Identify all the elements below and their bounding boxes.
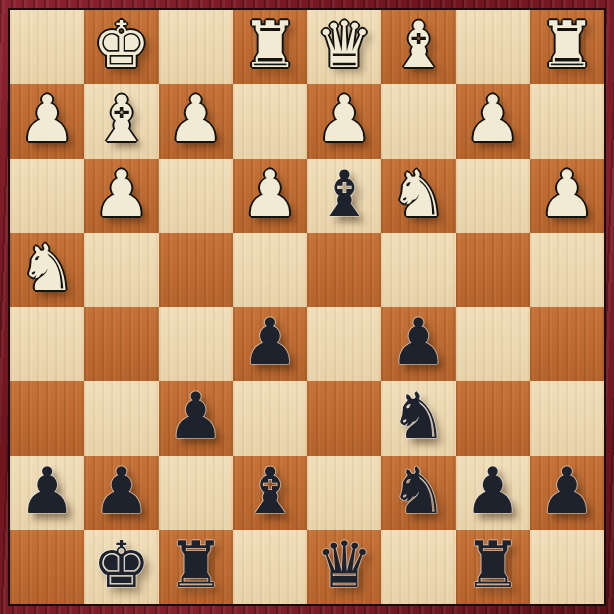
- square-f7[interactable]: [159, 456, 233, 530]
- square-g2[interactable]: ♝: [84, 84, 158, 158]
- black-king-g8[interactable]: ♚: [93, 530, 150, 602]
- square-g1[interactable]: ♚: [84, 10, 158, 84]
- square-e8[interactable]: [233, 530, 307, 604]
- square-f8[interactable]: ♜: [159, 530, 233, 604]
- square-h1[interactable]: [10, 10, 84, 84]
- black-pawn-c5[interactable]: ♟: [390, 307, 447, 379]
- square-g6[interactable]: [84, 381, 158, 455]
- square-a1[interactable]: ♜: [530, 10, 604, 84]
- square-f3[interactable]: [159, 159, 233, 233]
- white-pawn-b2[interactable]: ♟: [464, 84, 521, 156]
- square-e5[interactable]: ♟: [233, 307, 307, 381]
- square-g4[interactable]: [84, 233, 158, 307]
- black-knight-c7[interactable]: ♞: [390, 456, 447, 528]
- white-pawn-h2[interactable]: ♟: [18, 84, 75, 156]
- square-g7[interactable]: ♟: [84, 456, 158, 530]
- square-b8[interactable]: ♜: [456, 530, 530, 604]
- white-rook-e1[interactable]: ♜: [241, 10, 298, 82]
- square-b4[interactable]: [456, 233, 530, 307]
- square-d6[interactable]: [307, 381, 381, 455]
- white-knight-c3[interactable]: ♞: [390, 159, 447, 231]
- square-d3[interactable]: ♝: [307, 159, 381, 233]
- white-pawn-g3[interactable]: ♟: [93, 159, 150, 231]
- square-e2[interactable]: [233, 84, 307, 158]
- square-f2[interactable]: ♟: [159, 84, 233, 158]
- white-bishop-g2[interactable]: ♝: [93, 84, 150, 156]
- black-knight-c6[interactable]: ♞: [390, 381, 447, 453]
- black-pawn-h7[interactable]: ♟: [18, 456, 75, 528]
- square-h5[interactable]: [10, 307, 84, 381]
- square-b6[interactable]: [456, 381, 530, 455]
- square-f6[interactable]: ♟: [159, 381, 233, 455]
- square-d5[interactable]: [307, 307, 381, 381]
- square-h6[interactable]: [10, 381, 84, 455]
- black-pawn-a7[interactable]: ♟: [538, 456, 595, 528]
- white-rook-a1[interactable]: ♜: [538, 10, 595, 82]
- square-h7[interactable]: ♟: [10, 456, 84, 530]
- square-g5[interactable]: [84, 307, 158, 381]
- square-g3[interactable]: ♟: [84, 159, 158, 233]
- square-b5[interactable]: [456, 307, 530, 381]
- black-rook-f8[interactable]: ♜: [167, 530, 224, 602]
- square-a6[interactable]: [530, 381, 604, 455]
- square-b3[interactable]: [456, 159, 530, 233]
- square-c3[interactable]: ♞: [381, 159, 455, 233]
- square-d2[interactable]: ♟: [307, 84, 381, 158]
- black-pawn-b7[interactable]: ♟: [464, 456, 521, 528]
- square-h8[interactable]: [10, 530, 84, 604]
- square-b2[interactable]: ♟: [456, 84, 530, 158]
- square-a8[interactable]: [530, 530, 604, 604]
- square-h4[interactable]: ♞: [10, 233, 84, 307]
- square-a4[interactable]: [530, 233, 604, 307]
- square-e7[interactable]: ♝: [233, 456, 307, 530]
- square-c6[interactable]: ♞: [381, 381, 455, 455]
- square-e4[interactable]: [233, 233, 307, 307]
- square-e1[interactable]: ♜: [233, 10, 307, 84]
- square-c5[interactable]: ♟: [381, 307, 455, 381]
- chess-board: ♚♜♛♝♜♟♝♟♟♟♟♟♝♞♟♞♟♟♟♞♟♟♝♞♟♟♚♜♛♜: [10, 10, 604, 604]
- square-g8[interactable]: ♚: [84, 530, 158, 604]
- chess-board-frame: ♚♜♛♝♜♟♝♟♟♟♟♟♝♞♟♞♟♟♟♞♟♟♝♞♟♟♚♜♛♜: [0, 0, 614, 614]
- square-e3[interactable]: ♟: [233, 159, 307, 233]
- white-pawn-a3[interactable]: ♟: [538, 159, 595, 231]
- black-bishop-d3[interactable]: ♝: [315, 159, 372, 231]
- square-b1[interactable]: [456, 10, 530, 84]
- square-f4[interactable]: [159, 233, 233, 307]
- black-pawn-g7[interactable]: ♟: [93, 456, 150, 528]
- black-pawn-e5[interactable]: ♟: [241, 307, 298, 379]
- square-h2[interactable]: ♟: [10, 84, 84, 158]
- white-knight-h4[interactable]: ♞: [18, 233, 75, 305]
- white-pawn-e3[interactable]: ♟: [241, 159, 298, 231]
- black-bishop-e7[interactable]: ♝: [241, 456, 298, 528]
- square-a5[interactable]: [530, 307, 604, 381]
- white-queen-d1[interactable]: ♛: [315, 10, 372, 82]
- white-pawn-f2[interactable]: ♟: [167, 84, 224, 156]
- square-h3[interactable]: [10, 159, 84, 233]
- white-bishop-c1[interactable]: ♝: [390, 10, 447, 82]
- square-c1[interactable]: ♝: [381, 10, 455, 84]
- square-c4[interactable]: [381, 233, 455, 307]
- square-a2[interactable]: [530, 84, 604, 158]
- square-c8[interactable]: [381, 530, 455, 604]
- square-d1[interactable]: ♛: [307, 10, 381, 84]
- square-d8[interactable]: ♛: [307, 530, 381, 604]
- square-b7[interactable]: ♟: [456, 456, 530, 530]
- square-a3[interactable]: ♟: [530, 159, 604, 233]
- square-a7[interactable]: ♟: [530, 456, 604, 530]
- square-c7[interactable]: ♞: [381, 456, 455, 530]
- square-d7[interactable]: [307, 456, 381, 530]
- square-c2[interactable]: [381, 84, 455, 158]
- square-d4[interactable]: [307, 233, 381, 307]
- square-f5[interactable]: [159, 307, 233, 381]
- black-rook-b8[interactable]: ♜: [464, 530, 521, 602]
- square-f1[interactable]: [159, 10, 233, 84]
- black-pawn-f6[interactable]: ♟: [167, 381, 224, 453]
- square-e6[interactable]: [233, 381, 307, 455]
- white-pawn-d2[interactable]: ♟: [315, 84, 372, 156]
- white-king-g1[interactable]: ♚: [93, 10, 150, 82]
- black-queen-d8[interactable]: ♛: [315, 530, 372, 602]
